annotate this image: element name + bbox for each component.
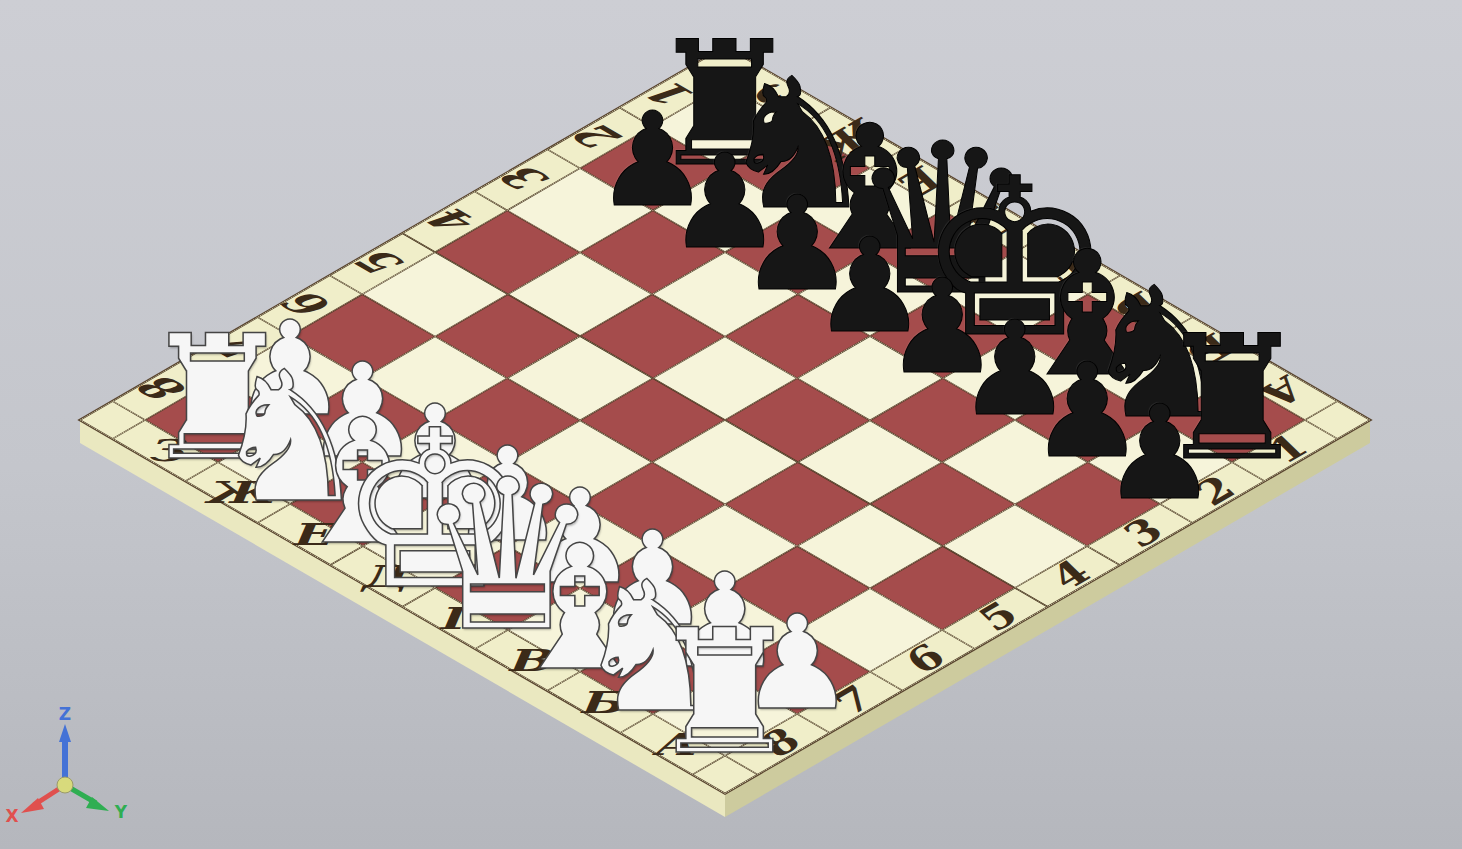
axis-orientation-triad: Z X Y [0,706,150,849]
triad-origin-ball [57,777,73,793]
z-axis-label: Z [59,706,71,724]
x-axis-label: X [5,806,18,826]
y-axis-label: Y [114,802,128,822]
piece-white-rook-a8[interactable]: ♜ [648,607,802,779]
piece-black-pawn-a2[interactable]: ♟ [1101,388,1218,518]
cad-viewport: ЗЖЕДГВБА1122334455667788ЗЖЕДГВБА ♜♞♝♚♛♝♞… [0,0,1462,849]
pieces-layer: ♜♞♝♚♛♝♞♜♟♟♟♟♟♟♟♟♟♟♟♟♟♟♟♟♜♞♝♛♚♝♞♜ [0,0,1462,849]
z-axis-arrowhead [59,724,71,742]
